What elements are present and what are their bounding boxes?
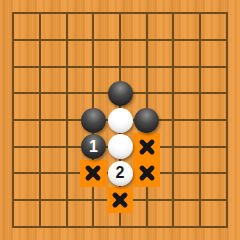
black-stone: [134, 108, 159, 133]
liberty-marker[interactable]: [133, 160, 160, 187]
grid-line-vertical: [199, 12, 201, 227]
liberty-marker[interactable]: [107, 187, 134, 214]
liberty-marker[interactable]: [133, 133, 160, 160]
liberty-marker[interactable]: [80, 160, 107, 187]
white-stone: [108, 134, 133, 159]
black-stone: [81, 108, 106, 133]
grid-line-vertical: [226, 12, 228, 227]
black-stone: [108, 81, 133, 106]
black-stone: 1: [81, 134, 106, 159]
stone-move-number: 1: [89, 139, 98, 155]
grid-line-vertical: [172, 12, 174, 227]
go-board[interactable]: 12: [0, 0, 240, 240]
grid-line-horizontal: [12, 226, 227, 228]
white-stone: [108, 108, 133, 133]
white-stone: 2: [108, 161, 133, 186]
stone-move-number: 2: [116, 165, 125, 181]
